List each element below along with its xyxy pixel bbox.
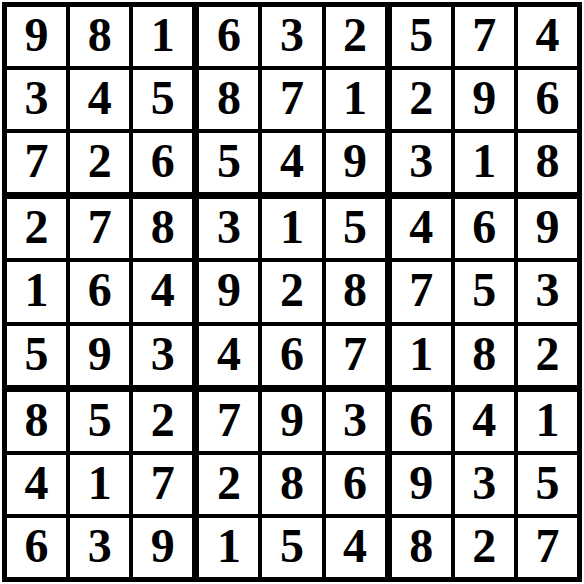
sudoku-box-7: 852417639 [7, 392, 192, 577]
sudoku-cell-r7c3: 2 [133, 392, 192, 451]
sudoku-box-6: 469753182 [392, 199, 577, 384]
sudoku-cell-r6c3: 3 [133, 326, 192, 385]
sudoku-cell-r4c3: 8 [133, 199, 192, 258]
sudoku-cell-r5c7: 7 [392, 262, 451, 321]
sudoku-cell-r9c7: 8 [392, 518, 451, 577]
sudoku-cell-r1c1: 9 [7, 7, 66, 66]
sudoku-box-4: 278164593 [7, 199, 192, 384]
sudoku-cell-r2c4: 8 [199, 70, 258, 129]
sudoku-cell-r2c8: 9 [455, 70, 514, 129]
sudoku-cell-r8c7: 9 [392, 455, 451, 514]
sudoku-cell-r3c4: 5 [199, 133, 258, 192]
sudoku-cell-r7c8: 4 [455, 392, 514, 451]
sudoku-cell-r2c7: 2 [392, 70, 451, 129]
sudoku-cell-r9c3: 9 [133, 518, 192, 577]
sudoku-cell-r5c6: 8 [326, 262, 385, 321]
sudoku-cell-r7c2: 5 [70, 392, 129, 451]
sudoku-cell-r4c1: 2 [7, 199, 66, 258]
sudoku-cell-r6c7: 1 [392, 326, 451, 385]
sudoku-cell-r2c1: 3 [7, 70, 66, 129]
sudoku-cell-r5c3: 4 [133, 262, 192, 321]
sudoku-cell-r3c5: 4 [262, 133, 321, 192]
sudoku-cell-r3c1: 7 [7, 133, 66, 192]
sudoku-cell-r9c8: 2 [455, 518, 514, 577]
sudoku-cell-r9c2: 3 [70, 518, 129, 577]
sudoku-cell-r3c6: 9 [326, 133, 385, 192]
sudoku-board: 9813457266328715495742963182781645933159… [2, 2, 582, 582]
sudoku-box-2: 632871549 [199, 7, 384, 192]
sudoku-cell-r7c6: 3 [326, 392, 385, 451]
sudoku-box-1: 981345726 [7, 7, 192, 192]
sudoku-cell-r8c4: 2 [199, 455, 258, 514]
sudoku-cell-r3c9: 8 [518, 133, 577, 192]
sudoku-cell-r5c1: 1 [7, 262, 66, 321]
sudoku-cell-r8c1: 4 [7, 455, 66, 514]
sudoku-cell-r5c9: 3 [518, 262, 577, 321]
sudoku-cell-r1c8: 7 [455, 7, 514, 66]
sudoku-cell-r9c9: 7 [518, 518, 577, 577]
sudoku-cell-r1c3: 1 [133, 7, 192, 66]
sudoku-cell-r7c1: 8 [7, 392, 66, 451]
sudoku-box-8: 793286154 [199, 392, 384, 577]
sudoku-cell-r8c9: 5 [518, 455, 577, 514]
sudoku-cell-r5c8: 5 [455, 262, 514, 321]
sudoku-cell-r5c4: 9 [199, 262, 258, 321]
sudoku-cell-r4c5: 1 [262, 199, 321, 258]
sudoku-cell-r1c4: 6 [199, 7, 258, 66]
sudoku-cell-r6c8: 8 [455, 326, 514, 385]
sudoku-cell-r2c2: 4 [70, 70, 129, 129]
sudoku-cell-r2c9: 6 [518, 70, 577, 129]
sudoku-cell-r2c6: 1 [326, 70, 385, 129]
sudoku-cell-r3c2: 2 [70, 133, 129, 192]
sudoku-cell-r8c8: 3 [455, 455, 514, 514]
sudoku-cell-r7c4: 7 [199, 392, 258, 451]
sudoku-cell-r7c5: 9 [262, 392, 321, 451]
sudoku-cell-r4c7: 4 [392, 199, 451, 258]
sudoku-cell-r9c1: 6 [7, 518, 66, 577]
sudoku-cell-r5c2: 6 [70, 262, 129, 321]
sudoku-cell-r1c7: 5 [392, 7, 451, 66]
sudoku-cell-r6c9: 2 [518, 326, 577, 385]
sudoku-cell-r8c5: 8 [262, 455, 321, 514]
sudoku-cell-r9c4: 1 [199, 518, 258, 577]
sudoku-cell-r1c6: 2 [326, 7, 385, 66]
sudoku-cell-r8c3: 7 [133, 455, 192, 514]
sudoku-cell-r7c9: 1 [518, 392, 577, 451]
sudoku-cell-r4c6: 5 [326, 199, 385, 258]
sudoku-cell-r3c7: 3 [392, 133, 451, 192]
sudoku-cell-r8c2: 1 [70, 455, 129, 514]
sudoku-cell-r2c3: 5 [133, 70, 192, 129]
sudoku-box-9: 641935827 [392, 392, 577, 577]
sudoku-cell-r3c3: 6 [133, 133, 192, 192]
sudoku-cell-r9c6: 4 [326, 518, 385, 577]
sudoku-cell-r6c4: 4 [199, 326, 258, 385]
sudoku-cell-r6c1: 5 [7, 326, 66, 385]
sudoku-cell-r1c2: 8 [70, 7, 129, 66]
sudoku-cell-r1c5: 3 [262, 7, 321, 66]
sudoku-cell-r4c9: 9 [518, 199, 577, 258]
sudoku-cell-r6c5: 6 [262, 326, 321, 385]
sudoku-cell-r3c8: 1 [455, 133, 514, 192]
sudoku-cell-r8c6: 6 [326, 455, 385, 514]
sudoku-cell-r5c5: 2 [262, 262, 321, 321]
sudoku-cell-r9c5: 5 [262, 518, 321, 577]
sudoku-box-5: 315928467 [199, 199, 384, 384]
sudoku-cell-r7c7: 6 [392, 392, 451, 451]
sudoku-cell-r1c9: 4 [518, 7, 577, 66]
sudoku-cell-r6c6: 7 [326, 326, 385, 385]
sudoku-cell-r6c2: 9 [70, 326, 129, 385]
sudoku-cell-r4c8: 6 [455, 199, 514, 258]
sudoku-box-3: 574296318 [392, 7, 577, 192]
sudoku-cell-r4c4: 3 [199, 199, 258, 258]
sudoku-cell-r4c2: 7 [70, 199, 129, 258]
sudoku-cell-r2c5: 7 [262, 70, 321, 129]
